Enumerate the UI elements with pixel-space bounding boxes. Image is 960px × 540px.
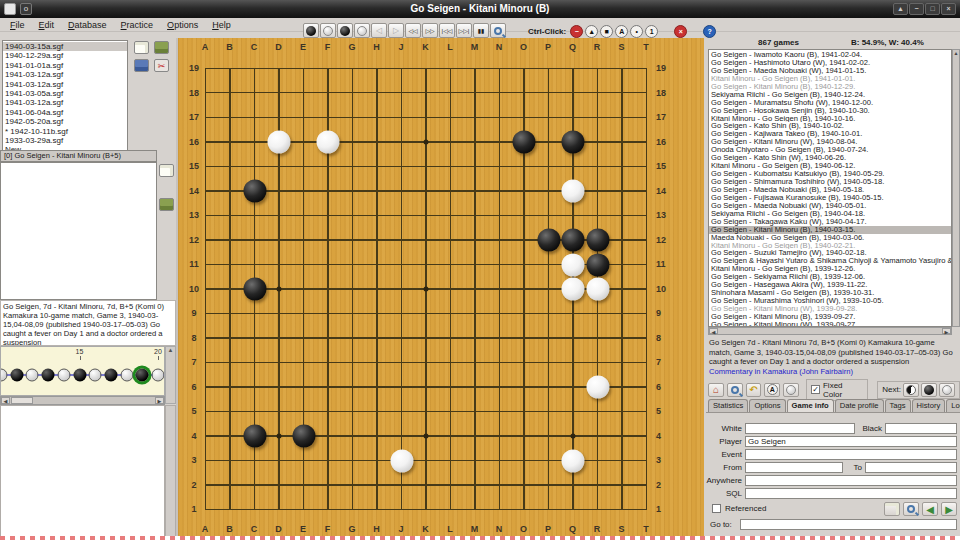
move-16-stone[interactable] xyxy=(89,369,102,382)
game-list-row[interactable]: Kitani Minoru - Go Seigen (B), 1940-10-1… xyxy=(709,115,951,123)
coord-col-M: M xyxy=(471,524,479,534)
game-list-row[interactable]: Go Seigen - Shimamura Toshihiro (W), 194… xyxy=(709,178,951,186)
goto-label: Go to: xyxy=(706,519,734,531)
coord-row-6: 6 xyxy=(186,381,202,391)
coord-row-14: 14 xyxy=(656,185,674,195)
minimize-button[interactable]: − xyxy=(909,3,924,15)
game-list-row[interactable]: Go Seigen - Kitani Minoru (W), 1940-08-0… xyxy=(709,138,951,146)
app-icon xyxy=(4,3,16,15)
slider-hscrollbar[interactable]: ◀ ▶ xyxy=(0,396,165,405)
game-list-row[interactable]: Kitani Minoru - Go Seigen (B), 1939-12-2… xyxy=(709,265,951,273)
board-search-button[interactable] xyxy=(490,23,506,38)
coord-row-2: 2 xyxy=(656,479,674,489)
file-row[interactable]: 1941-03-05a.sgf xyxy=(3,89,127,98)
left-panel: 1940-03-15a.sgf1940-12-29a.sgf1941-01-01… xyxy=(0,38,176,536)
from-label: From xyxy=(706,462,742,474)
game-info-text: Go Seigen, 7d - Kitani Minoru, 7d, B+5 (… xyxy=(0,300,176,346)
game-list-row[interactable]: Go Seigen - Kitani Minoru (B), 1939-09-2… xyxy=(709,313,951,321)
coord-row-8: 8 xyxy=(186,332,202,342)
game-list-row[interactable]: Go Seigen - Takagawa Kaku (W), 1940-04-1… xyxy=(709,218,951,226)
coord-row-15: 15 xyxy=(656,161,674,171)
game-list-row[interactable]: Onoda Chiyotaro - Go Seigen (B), 1940-07… xyxy=(709,146,951,154)
coord-row-8: 8 xyxy=(656,332,674,342)
coord-col-J: J xyxy=(398,524,403,534)
coord-row-18: 18 xyxy=(186,87,202,97)
ruler-label: 20 xyxy=(154,348,162,355)
coord-row-10: 10 xyxy=(186,283,202,293)
anywhere-label: Anywhere xyxy=(706,475,742,487)
coord-col-F: F xyxy=(325,42,331,52)
tab-bar: StatisticsOptionsGame infoDate profileTa… xyxy=(708,399,960,412)
white-stone-q14[interactable] xyxy=(562,180,585,203)
white-stone-d16[interactable] xyxy=(268,131,291,154)
black-stone-r11[interactable] xyxy=(586,253,609,276)
referenced-checkbox[interactable] xyxy=(712,504,721,513)
coord-col-R: R xyxy=(594,524,601,534)
game-list-row[interactable]: Maeda Nobuaki - Go Seigen (B), 1940-03-0… xyxy=(709,234,951,242)
coord-row-6: 6 xyxy=(656,381,674,391)
new-file-icon[interactable] xyxy=(134,41,149,54)
coord-row-3: 3 xyxy=(186,455,202,465)
tab-game-info[interactable]: Game info xyxy=(787,399,834,412)
game-list-row[interactable]: Shinohara Masami - Go Seigen (B), 1939-1… xyxy=(709,289,951,297)
star-point-k10 xyxy=(424,287,429,292)
selected-game-info: Go Seigen 7d - Kitani Minoru 7d, B+5 (Ko… xyxy=(706,337,960,381)
game-list-row[interactable]: Go Seigen - Suzuki Tamejiro (W), 1940-02… xyxy=(709,249,951,257)
game-list-row[interactable]: Go Seigen - Kato Shin (W), 1940-06-26. xyxy=(709,154,951,162)
star-point-d4 xyxy=(277,434,282,439)
search-toolbar: ⌂ ↶ A ✓ Fixed Color Next: xyxy=(708,381,960,398)
coord-row-4: 4 xyxy=(656,430,674,440)
game-list-row[interactable]: Go Seigen - Kitani Minoru (W), 1939-09-2… xyxy=(709,305,951,313)
selection-marquee xyxy=(0,536,960,540)
file-row[interactable]: 1941-03-12a.sgf xyxy=(3,80,127,89)
next-black-button[interactable] xyxy=(921,383,937,397)
delete-stone-button[interactable]: − xyxy=(570,25,583,38)
game-list-row[interactable]: Go Seigen - Fujisawa Kuranosuke (B), 194… xyxy=(709,194,951,202)
coord-col-Q: Q xyxy=(569,42,576,52)
sgf-file-list[interactable]: 1940-03-15a.sgf1940-12-29a.sgf1941-01-01… xyxy=(2,40,128,154)
white-stone-button[interactable] xyxy=(354,23,370,38)
menu-practice[interactable]: Practice xyxy=(114,19,161,31)
database-icon[interactable] xyxy=(154,41,169,54)
file-row[interactable]: * 1942-10-11b.sgf xyxy=(3,127,127,136)
coord-col-F: F xyxy=(325,524,331,534)
coord-row-7: 7 xyxy=(186,357,202,367)
coord-col-K: K xyxy=(422,524,429,534)
tab-tags[interactable]: Tags xyxy=(885,399,911,412)
coord-col-T: T xyxy=(643,524,649,534)
right-panel: 867 games B: 54.9%, W: 40.4% Go Seigen -… xyxy=(706,38,960,536)
scroll-right-icon[interactable]: ▶ xyxy=(942,328,951,334)
coord-row-19: 19 xyxy=(656,63,674,73)
window-title: Go Seigen - Kitani Minoru (B) xyxy=(411,3,550,14)
win-stats: B: 54.9%, W: 40.4% xyxy=(851,38,924,47)
save-database-icon[interactable] xyxy=(159,198,174,211)
black-stone-e4[interactable] xyxy=(292,425,315,448)
coord-col-O: O xyxy=(520,42,527,52)
coord-row-12: 12 xyxy=(186,234,202,244)
game-list-row[interactable]: Go Seigen - Muramatsu Shofu (W), 1940-12… xyxy=(709,99,951,107)
coord-row-15: 15 xyxy=(186,161,202,171)
game-list-row[interactable]: Kitani Minoru - Go Seigen (B), 1941-01-0… xyxy=(709,75,951,83)
event-input[interactable] xyxy=(745,449,957,460)
coord-col-G: G xyxy=(348,42,355,52)
game-list-row[interactable]: Go Seigen - Hashimoto Utaro (W), 1941-02… xyxy=(709,59,951,67)
coord-row-16: 16 xyxy=(656,136,674,146)
tab-options[interactable]: Options xyxy=(749,399,785,412)
move-slider[interactable]: 1520 xyxy=(0,346,165,396)
game-list-row[interactable]: Go Seigen - Kubomatsu Katsukiyo (B), 194… xyxy=(709,170,951,178)
triangle-label-button[interactable]: ▲ xyxy=(585,25,598,38)
anywhere-input[interactable] xyxy=(745,475,957,486)
games-count: 867 games xyxy=(758,38,799,47)
coord-col-A: A xyxy=(202,524,209,534)
ruler-label: 15 xyxy=(76,348,84,355)
white-stone-f16[interactable] xyxy=(317,131,340,154)
board-grid[interactable] xyxy=(205,68,647,510)
close-button[interactable]: × xyxy=(941,3,956,15)
letter-a-icon[interactable]: A xyxy=(764,383,780,397)
menu-file[interactable]: File xyxy=(3,19,32,31)
game-list-row[interactable]: Go Seigen - Murashima Yoshinori (W), 193… xyxy=(709,297,951,305)
coord-col-B: B xyxy=(226,42,233,52)
menu-help[interactable]: Help xyxy=(205,19,238,31)
current-game-header[interactable]: [0] Go Seigen - Kitani Minoru (B+5) xyxy=(0,150,157,162)
coord-col-E: E xyxy=(300,42,306,52)
game-list-row[interactable]: Go Seigen - Hosokawa Senjin (B), 1940-10… xyxy=(709,107,951,115)
star-point-q4 xyxy=(571,434,576,439)
shade-window-button[interactable]: ▲ xyxy=(893,3,908,15)
close-board-button[interactable]: × xyxy=(674,25,687,38)
database-header: 867 games B: 54.9%, W: 40.4% xyxy=(706,38,960,48)
coord-col-E: E xyxy=(300,524,306,534)
coord-col-H: H xyxy=(373,42,380,52)
commentary-link[interactable]: Commentary in Kamakura (John Fairbairn) xyxy=(709,367,853,376)
coord-row-2: 2 xyxy=(186,479,202,489)
coord-row-9: 9 xyxy=(656,308,674,318)
white-stone-q3[interactable] xyxy=(562,449,585,472)
coord-row-12: 12 xyxy=(656,234,674,244)
ctrl-click-toolbar: Ctrl-Click: −▲■A•1 × ? xyxy=(528,24,716,38)
letter-label-button[interactable]: A xyxy=(615,25,628,38)
fixed-color-checkbox[interactable]: ✓ Fixed Color xyxy=(806,379,868,401)
coord-col-J: J xyxy=(398,42,403,52)
coord-col-G: G xyxy=(348,524,355,534)
coord-col-H: H xyxy=(373,524,380,534)
black-stone-q16[interactable] xyxy=(562,131,585,154)
white-stone-r6[interactable] xyxy=(586,376,609,399)
sql-label: SQL xyxy=(706,488,742,500)
from-input[interactable] xyxy=(745,462,843,473)
coord-col-T: T xyxy=(643,42,649,52)
coord-col-M: M xyxy=(471,42,479,52)
next-result-icon[interactable]: ▶ xyxy=(941,502,957,516)
to-label: To xyxy=(844,462,862,474)
to-input[interactable] xyxy=(865,462,957,473)
coord-row-10: 10 xyxy=(656,283,674,293)
coord-row-17: 17 xyxy=(186,112,202,122)
coord-col-N: N xyxy=(496,524,503,534)
coord-row-11: 11 xyxy=(186,259,202,269)
coord-col-D: D xyxy=(275,42,282,52)
move-19-stone[interactable] xyxy=(136,369,149,382)
menu-edit[interactable]: Edit xyxy=(32,19,62,31)
coord-col-S: S xyxy=(618,524,624,534)
star-point-d10 xyxy=(277,287,282,292)
to-start-button[interactable]: |◁◁ xyxy=(439,23,455,38)
file-row[interactable]: 1941-06-04a.sgf xyxy=(3,108,127,117)
white-stone-r10[interactable] xyxy=(586,278,609,301)
scroll-left-icon[interactable]: ◀ xyxy=(1,397,10,404)
white-stone-j3[interactable] xyxy=(390,449,413,472)
black-stone-o16[interactable] xyxy=(513,131,536,154)
coord-row-4: 4 xyxy=(186,430,202,440)
coord-row-13: 13 xyxy=(656,210,674,220)
title-bar: o Go Seigen - Kitani Minoru (B) ▲ − □ × xyxy=(0,0,960,18)
star-point-k16 xyxy=(424,140,429,145)
black-stone-r12[interactable] xyxy=(586,229,609,252)
game-list-row[interactable]: Go Seigen - Maeda Nobuaki (B), 1940-05-1… xyxy=(709,186,951,194)
coord-col-Q: Q xyxy=(569,524,576,534)
move-15-stone[interactable] xyxy=(73,369,86,382)
game-list-row[interactable]: Kitani Minoru - Go Seigen (B), 1940-02-2… xyxy=(709,242,951,250)
coord-row-1: 1 xyxy=(186,504,202,514)
game-list-row[interactable]: Go Seigen - Sekiyama Riichi (B), 1939-12… xyxy=(709,273,951,281)
event-label: Event xyxy=(706,449,742,461)
referenced-label: Referenced xyxy=(725,503,766,515)
stone-tool-icon[interactable] xyxy=(783,383,799,397)
undo-icon[interactable]: ↶ xyxy=(746,383,762,397)
white-input[interactable] xyxy=(745,423,855,434)
move-14-stone[interactable] xyxy=(57,369,70,382)
tab-statistics[interactable]: Statistics xyxy=(708,399,748,412)
coord-col-O: O xyxy=(520,524,527,534)
app-icon-o: o xyxy=(20,3,32,15)
game-list-row[interactable]: Go Seigen - Kato Shin (B), 1940-10-02. xyxy=(709,122,951,130)
dot-label-button[interactable]: • xyxy=(630,25,643,38)
coord-col-C: C xyxy=(251,524,258,534)
game-list-row[interactable]: Go Seigen & Hayashi Yutaro & Shikama Chi… xyxy=(709,257,951,265)
coord-col-R: R xyxy=(594,42,601,52)
tab-log[interactable]: Log xyxy=(946,399,960,412)
forward-button[interactable]: ▷ xyxy=(388,23,404,38)
game-list-row[interactable]: Go Seigen - Maeda Nobuaki (W), 1940-05-0… xyxy=(709,202,951,210)
white-label: White xyxy=(706,423,742,435)
next-white-button[interactable] xyxy=(939,383,955,397)
coord-col-L: L xyxy=(447,524,453,534)
black-stone-q12[interactable] xyxy=(562,229,585,252)
coord-col-C: C xyxy=(251,42,258,52)
scroll-thumb[interactable] xyxy=(11,397,33,404)
coord-row-7: 7 xyxy=(656,357,674,367)
coord-col-P: P xyxy=(545,42,551,52)
pause-button[interactable]: ▮▮ xyxy=(473,23,489,38)
coord-row-18: 18 xyxy=(656,87,674,97)
slider-scrollbar[interactable]: ▲ xyxy=(165,346,176,404)
help-button[interactable]: ? xyxy=(703,25,716,38)
open-file-icon[interactable] xyxy=(134,59,149,72)
player-label: Player xyxy=(706,436,742,448)
sql-input[interactable] xyxy=(745,488,957,499)
coord-row-11: 11 xyxy=(656,259,674,269)
move-18-stone[interactable] xyxy=(120,369,133,382)
comment-area[interactable] xyxy=(0,405,165,540)
coord-row-16: 16 xyxy=(186,136,202,146)
database-game-list[interactable]: Go Seigen - Iwamoto Kaoru (B), 1941-02-0… xyxy=(708,49,952,327)
file-row[interactable]: 1941-03-12a.sgf xyxy=(3,70,127,79)
play-white-stone-button[interactable] xyxy=(320,23,336,38)
game-variation-list[interactable] xyxy=(0,162,157,300)
coord-col-B: B xyxy=(226,524,233,534)
game-list-row[interactable]: Sekiyama Riichi - Go Seigen (B), 1940-12… xyxy=(709,91,951,99)
play-black-stone-button[interactable] xyxy=(303,23,319,38)
black-stone-c4[interactable] xyxy=(243,425,266,448)
game-list-row[interactable]: Go Seigen - Hasegawa Akira (W), 1939-11-… xyxy=(709,281,951,289)
game-list-row[interactable]: Go Seigen - Maeda Nobuaki (W), 1941-01-1… xyxy=(709,67,951,75)
coord-row-1: 1 xyxy=(656,504,674,514)
black-stone-c10[interactable] xyxy=(243,278,266,301)
search-icon[interactable] xyxy=(903,502,919,516)
coord-col-S: S xyxy=(618,42,624,52)
go-board[interactable]: AABBCCDDEEFFGGHHJJKKLLMMNNOOPPQQRRSSTT19… xyxy=(178,38,704,536)
coord-col-P: P xyxy=(545,524,551,534)
search-form: White Black Player Go Seigen Event From … xyxy=(706,412,960,540)
coord-col-N: N xyxy=(496,42,503,52)
home-icon[interactable]: ⌂ xyxy=(708,383,724,397)
coord-row-5: 5 xyxy=(656,406,674,416)
file-row[interactable]: 1933-03-29a.sgf xyxy=(3,136,127,145)
coord-col-K: K xyxy=(422,42,429,52)
coord-row-14: 14 xyxy=(186,185,202,195)
move-17-stone[interactable] xyxy=(104,369,117,382)
to-end-button[interactable]: ▷▷| xyxy=(456,23,472,38)
menu-options[interactable]: Options xyxy=(160,19,205,31)
ctrl-click-label: Ctrl-Click: xyxy=(528,27,566,36)
game-list-row[interactable]: Go Seigen - Kitani Minoru (B), 1940-12-2… xyxy=(709,83,951,91)
coord-col-A: A xyxy=(202,42,209,52)
move-10-stone[interactable] xyxy=(0,369,8,382)
coord-col-D: D xyxy=(275,524,282,534)
black-stone-p12[interactable] xyxy=(537,229,560,252)
move-11-stone[interactable] xyxy=(10,369,23,382)
black-label: Black xyxy=(856,423,882,435)
game-list-row[interactable]: Go Seigen - Iwamoto Kaoru (B), 1941-02-0… xyxy=(709,51,951,59)
coord-row-5: 5 xyxy=(186,406,202,416)
white-stone-q10[interactable] xyxy=(562,278,585,301)
game-list-row[interactable]: Sekiyama Riichi - Go Seigen (B), 1940-04… xyxy=(709,210,951,218)
file-row[interactable]: 1941-01-01a.sgf xyxy=(3,61,127,70)
tab-date-profile[interactable]: Date profile xyxy=(835,399,884,412)
next-auto-stone-button[interactable] xyxy=(903,383,919,397)
prev-result-icon[interactable]: ◀ xyxy=(922,502,938,516)
game-list-row[interactable]: Go Seigen - Kajiwara Takeo (B), 1940-10-… xyxy=(709,130,951,138)
cut-icon[interactable]: ✂ xyxy=(154,59,169,72)
coord-row-17: 17 xyxy=(656,112,674,122)
maximize-button[interactable]: □ xyxy=(925,3,940,15)
black-stone-button[interactable] xyxy=(337,23,353,38)
menu-database[interactable]: Database xyxy=(61,19,114,31)
new-search-icon[interactable] xyxy=(884,502,900,516)
next-label: Next: xyxy=(882,385,901,394)
search-board-icon[interactable] xyxy=(727,383,743,397)
move-12-stone[interactable] xyxy=(26,369,39,382)
back-button[interactable]: ◁ xyxy=(371,23,387,38)
scroll-left-icon[interactable]: ◀ xyxy=(709,328,718,334)
new-game-icon[interactable] xyxy=(159,164,174,177)
file-row[interactable]: 1941-03-12a.sgf xyxy=(3,98,127,107)
coord-row-19: 19 xyxy=(186,63,202,73)
move-20-stone[interactable] xyxy=(152,369,165,382)
game-list-vscrollbar[interactable]: ▲ xyxy=(952,49,960,327)
coord-row-9: 9 xyxy=(186,308,202,318)
black-input[interactable] xyxy=(885,423,957,434)
player-input[interactable]: Go Seigen xyxy=(745,436,957,447)
scroll-right-icon[interactable]: ▶ xyxy=(155,397,164,404)
file-row[interactable]: 1942-05-20a.sgf xyxy=(3,117,127,126)
file-row[interactable]: 1940-12-29a.sgf xyxy=(3,51,127,60)
white-stone-q11[interactable] xyxy=(562,253,585,276)
coord-row-13: 13 xyxy=(186,210,202,220)
comment-scrollbar[interactable] xyxy=(165,405,176,540)
game-list-row[interactable]: Kitani Minoru - Go Seigen (B), 1940-06-1… xyxy=(709,162,951,170)
black-stone-c14[interactable] xyxy=(243,180,266,203)
square-label-button[interactable]: ■ xyxy=(600,25,613,38)
game-list-hscrollbar[interactable]: ◀ ▶ xyxy=(708,327,952,335)
coord-col-L: L xyxy=(447,42,453,52)
forward-10-button[interactable]: ▷▷ xyxy=(422,23,438,38)
coord-row-3: 3 xyxy=(656,455,674,465)
move-13-stone[interactable] xyxy=(42,369,55,382)
navigation-toolbar: ◁▷◁◁▷▷|◁◁▷▷|▮▮ xyxy=(303,22,506,39)
star-point-k4 xyxy=(424,434,429,439)
goto-input[interactable] xyxy=(740,519,957,530)
number-label-button[interactable]: 1 xyxy=(645,25,658,38)
back-10-button[interactable]: ◁◁ xyxy=(405,23,421,38)
game-list-row[interactable]: Go Seigen - Kitani Minoru (B), 1940-03-1… xyxy=(709,226,951,234)
file-row[interactable]: 1940-03-15a.sgf xyxy=(3,42,127,51)
tab-history[interactable]: History xyxy=(912,399,946,412)
